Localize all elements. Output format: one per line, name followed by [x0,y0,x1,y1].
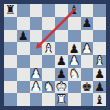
square-d1[interactable] [42,93,55,106]
square-e3[interactable]: ♟ [55,68,68,81]
piece-black-pawn-h3[interactable]: ♟ [94,68,105,80]
square-g7[interactable]: ♟ [81,17,94,30]
piece-black-rook-a8[interactable]: ♜ [5,4,16,16]
square-c2[interactable]: ♟ [30,81,43,94]
square-h2[interactable]: ♟ [93,81,106,94]
square-c3[interactable]: ♟ [30,68,43,81]
piece-black-pawn-f5[interactable]: ♟ [69,42,80,54]
piece-black-pawn-h2[interactable]: ♟ [94,80,105,92]
square-a5[interactable] [4,42,17,55]
square-f8[interactable]: ♝ [68,4,81,17]
square-h6[interactable] [93,30,106,43]
square-h3[interactable]: ♟ [93,68,106,81]
square-h4[interactable]: ♝ [93,55,106,68]
square-d4[interactable] [42,55,55,68]
square-f3[interactable]: ♞ [68,68,81,81]
piece-white-pawn-c3[interactable]: ♟ [30,68,41,80]
square-a2[interactable] [4,81,17,94]
square-g3[interactable] [81,68,94,81]
piece-white-knight-d2[interactable]: ♞ [43,80,54,92]
square-d3[interactable] [42,68,55,81]
piece-white-rook-e1[interactable]: ♜ [56,93,67,105]
piece-black-pawn-e3[interactable]: ♟ [56,68,67,80]
square-e6[interactable] [55,30,68,43]
piece-white-knight-f3[interactable]: ♞ [69,68,80,80]
chess-board: ♜♝♟♟♝♟♟♟♟♝♟♟♞♟♟♞♚♚♟♜♝ [0,0,110,110]
square-e2[interactable]: ♚ [55,81,68,94]
square-e1[interactable]: ♜ [55,93,68,106]
square-f6[interactable] [68,30,81,43]
square-f7[interactable] [68,17,81,30]
piece-black-pawn-e4[interactable]: ♟ [56,55,67,67]
square-e4[interactable]: ♟ [55,55,68,68]
square-h1[interactable]: ♝ [93,93,106,106]
square-f2[interactable] [68,81,81,94]
square-b7[interactable] [17,17,30,30]
piece-white-bishop-d5[interactable]: ♝ [43,42,54,54]
piece-white-pawn-c2[interactable]: ♟ [30,80,41,92]
square-a7[interactable] [4,17,17,30]
square-a8[interactable]: ♜ [4,4,17,17]
square-g4[interactable] [81,55,94,68]
square-a6[interactable] [4,30,17,43]
square-b3[interactable] [17,68,30,81]
piece-white-pawn-g5[interactable]: ♟ [81,42,92,54]
piece-black-king-g2[interactable]: ♚ [81,80,92,92]
square-e5[interactable] [55,42,68,55]
square-g8[interactable] [81,4,94,17]
square-b5[interactable] [17,42,30,55]
square-b2[interactable] [17,81,30,94]
square-c4[interactable] [30,55,43,68]
piece-white-pawn-f4[interactable]: ♟ [69,55,80,67]
square-g5[interactable]: ♟ [81,42,94,55]
square-a1[interactable] [4,93,17,106]
square-e7[interactable] [55,17,68,30]
board-grid: ♜♝♟♟♝♟♟♟♟♝♟♟♞♟♟♞♚♚♟♜♝ [4,4,106,106]
square-h5[interactable] [93,42,106,55]
square-f5[interactable]: ♟ [68,42,81,55]
square-b8[interactable] [17,4,30,17]
square-b6[interactable]: ♟ [17,30,30,43]
square-h8[interactable] [93,4,106,17]
square-d2[interactable]: ♞ [42,81,55,94]
square-d6[interactable] [42,30,55,43]
square-e8[interactable] [55,4,68,17]
piece-black-pawn-b6[interactable]: ♟ [18,29,29,41]
square-c6[interactable] [30,30,43,43]
square-g6[interactable] [81,30,94,43]
square-a3[interactable] [4,68,17,81]
square-b1[interactable] [17,93,30,106]
square-g1[interactable] [81,93,94,106]
square-d8[interactable] [42,4,55,17]
square-a4[interactable] [4,55,17,68]
square-c7[interactable] [30,17,43,30]
piece-white-bishop-h4[interactable]: ♝ [94,55,105,67]
square-b4[interactable] [17,55,30,68]
square-c5[interactable] [30,42,43,55]
piece-black-bishop-h1[interactable]: ♝ [94,93,105,105]
square-c8[interactable] [30,4,43,17]
square-f4[interactable]: ♟ [68,55,81,68]
piece-black-pawn-g7[interactable]: ♟ [81,17,92,29]
square-f1[interactable] [68,93,81,106]
square-c1[interactable] [30,93,43,106]
square-g2[interactable]: ♚ [81,81,94,94]
square-d7[interactable] [42,17,55,30]
square-d5[interactable]: ♝ [42,42,55,55]
piece-black-bishop-f8[interactable]: ♝ [69,4,80,16]
square-h7[interactable] [93,17,106,30]
piece-white-king-e2[interactable]: ♚ [56,80,67,92]
